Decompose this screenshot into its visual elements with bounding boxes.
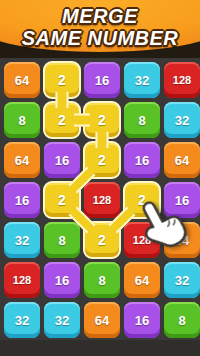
chain-connector	[74, 114, 90, 127]
tile-r6c3[interactable]: 8	[84, 262, 120, 298]
tile-value: 8	[138, 113, 145, 128]
tile-r6c2[interactable]: 16	[44, 262, 80, 298]
tile-value: 2	[98, 152, 106, 168]
tile-value: 16	[135, 153, 149, 168]
tile-value: 64	[15, 153, 29, 168]
tile-value: 2	[98, 112, 106, 128]
tile-value: 64	[135, 273, 149, 288]
tile-r3c1[interactable]: 64	[4, 142, 40, 178]
game-screen: MERGE SAME NUMBER 6421632128822832641621…	[0, 0, 200, 356]
tile-r3c4[interactable]: 16	[124, 142, 160, 178]
tile-value: 8	[58, 233, 65, 248]
tile-value: 2	[58, 72, 66, 88]
tile-r3c5[interactable]: 64	[164, 142, 200, 178]
tile-r4c3[interactable]: 128	[84, 182, 120, 218]
tile-r6c5[interactable]: 32	[164, 262, 200, 298]
tile-r4c1[interactable]: 16	[4, 182, 40, 218]
tile-value: 128	[93, 194, 111, 206]
tile-r5c2[interactable]: 8	[44, 222, 80, 258]
tile-value: 32	[175, 273, 189, 288]
tile-value: 8	[178, 313, 185, 328]
tile-r2c4[interactable]: 8	[124, 102, 160, 138]
header-banner: MERGE SAME NUMBER	[0, 0, 200, 58]
tile-value: 16	[15, 193, 29, 208]
tile-value: 64	[95, 313, 109, 328]
tile-value: 2	[98, 232, 106, 248]
tile-value: 16	[175, 193, 189, 208]
tile-value: 16	[135, 313, 149, 328]
chain-connector	[56, 92, 69, 108]
tile-value: 32	[175, 113, 189, 128]
tile-value: 8	[98, 273, 105, 288]
tile-value: 2	[58, 112, 66, 128]
tile-r1c4[interactable]: 32	[124, 62, 160, 98]
tile-r1c3[interactable]: 16	[84, 62, 120, 98]
tile-value: 128	[173, 74, 191, 86]
chain-connector	[96, 132, 109, 148]
tile-r7c3[interactable]: 64	[84, 302, 120, 338]
tile-value: 16	[55, 153, 69, 168]
tile-value: 32	[15, 313, 29, 328]
tile-r2c1[interactable]: 8	[4, 102, 40, 138]
tile-value: 32	[15, 233, 29, 248]
tile-r7c2[interactable]: 32	[44, 302, 80, 338]
tile-r7c4[interactable]: 16	[124, 302, 160, 338]
tile-r7c1[interactable]: 32	[4, 302, 40, 338]
bottom-strip	[0, 340, 200, 356]
tile-value: 16	[55, 273, 69, 288]
tile-value: 32	[135, 73, 149, 88]
tile-r6c1[interactable]: 128	[4, 262, 40, 298]
tile-r7c5[interactable]: 8	[164, 302, 200, 338]
tile-r5c1[interactable]: 32	[4, 222, 40, 258]
tile-value: 32	[55, 313, 69, 328]
app-title: MERGE SAME NUMBER	[0, 5, 200, 49]
tile-r3c2[interactable]: 16	[44, 142, 80, 178]
tile-value: 64	[15, 73, 29, 88]
tile-r2c5[interactable]: 32	[164, 102, 200, 138]
tile-value: 2	[58, 192, 66, 208]
tile-r1c1[interactable]: 64	[4, 62, 40, 98]
tile-value: 128	[13, 274, 31, 286]
title-line-1: MERGE	[0, 5, 200, 27]
game-board[interactable]: 6421632128822832641621664162128216328212…	[0, 58, 200, 356]
tile-value: 8	[18, 113, 25, 128]
tile-value: 64	[175, 153, 189, 168]
tile-r1c5[interactable]: 128	[164, 62, 200, 98]
tile-value: 16	[95, 73, 109, 88]
title-line-2: SAME NUMBER	[0, 27, 200, 49]
tile-r6c4[interactable]: 64	[124, 262, 160, 298]
